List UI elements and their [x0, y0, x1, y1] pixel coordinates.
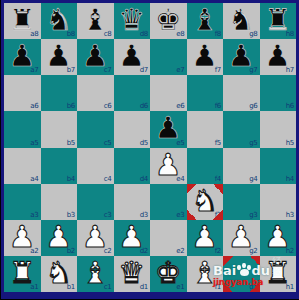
- square-c3[interactable]: c3: [77, 184, 114, 220]
- square-e5[interactable]: e5♟: [150, 111, 187, 147]
- square-a3[interactable]: a3: [4, 184, 41, 220]
- black-rook[interactable]: ♜: [264, 3, 291, 39]
- square-label-c5: c5: [104, 140, 112, 147]
- square-h4[interactable]: h4: [260, 148, 297, 184]
- square-a4[interactable]: a4: [4, 148, 41, 184]
- white-rook[interactable]: ♜: [9, 256, 36, 292]
- square-e6[interactable]: e6: [150, 75, 187, 111]
- square-e1[interactable]: e1♚: [150, 256, 187, 292]
- white-knight[interactable]: ♞: [45, 256, 72, 292]
- square-b1[interactable]: b1♞: [41, 256, 78, 292]
- white-pawn[interactable]: ♟: [118, 220, 145, 256]
- black-pawn[interactable]: ♟: [118, 39, 145, 75]
- square-f4[interactable]: f4: [187, 148, 224, 184]
- chess-board[interactable]: a8♜b8♞c8♝d8♛e8♚f8♝g8♞h8♜a7♟b7♟c7♟d7♟e7f7…: [4, 3, 296, 292]
- black-bishop[interactable]: ♝: [82, 3, 109, 39]
- square-label-b4: b4: [67, 176, 75, 183]
- square-a2[interactable]: a2♟: [4, 220, 41, 256]
- square-label-a6: a6: [30, 103, 38, 110]
- square-a5[interactable]: a5: [4, 111, 41, 147]
- square-b6[interactable]: b6: [41, 75, 78, 111]
- square-d3[interactable]: d3: [114, 184, 151, 220]
- baidu-jingyan-cn-label: 经验: [272, 257, 291, 277]
- square-b8[interactable]: b8♞: [41, 3, 78, 39]
- square-d8[interactable]: d8♛: [114, 3, 151, 39]
- square-g2[interactable]: g2♟: [223, 220, 260, 256]
- black-pawn[interactable]: ♟: [191, 39, 218, 75]
- white-pawn[interactable]: ♟: [45, 220, 72, 256]
- black-king[interactable]: ♚: [155, 3, 182, 39]
- square-g7[interactable]: g7♟: [223, 39, 260, 75]
- square-label-h4: h4: [286, 176, 294, 183]
- square-label-d5: d5: [140, 140, 148, 147]
- square-c7[interactable]: c7♟: [77, 39, 114, 75]
- black-pawn[interactable]: ♟: [228, 39, 255, 75]
- square-c6[interactable]: c6: [77, 75, 114, 111]
- square-b5[interactable]: b5: [41, 111, 78, 147]
- square-g8[interactable]: g8♞: [223, 3, 260, 39]
- black-pawn[interactable]: ♟: [9, 39, 36, 75]
- square-label-h6: h6: [286, 103, 294, 110]
- square-d4[interactable]: d4: [114, 148, 151, 184]
- square-label-g5: g5: [249, 140, 257, 147]
- square-label-a3: a3: [30, 212, 38, 219]
- square-e8[interactable]: e8♚: [150, 3, 187, 39]
- square-label-d4: d4: [140, 176, 148, 183]
- square-f2[interactable]: f2♟: [187, 220, 224, 256]
- square-label-e2: e2: [176, 248, 184, 255]
- white-queen[interactable]: ♛: [118, 256, 145, 292]
- square-label-f5: f5: [215, 140, 221, 147]
- square-c8[interactable]: c8♝: [77, 3, 114, 39]
- square-b3[interactable]: b3: [41, 184, 78, 220]
- baidu-jingyan-url: jingyan.ba: [213, 278, 291, 287]
- square-f5[interactable]: f5: [187, 111, 224, 147]
- square-d6[interactable]: d6: [114, 75, 151, 111]
- square-label-d3: d3: [140, 212, 148, 219]
- square-label-b6: b6: [67, 103, 75, 110]
- square-g4[interactable]: g4: [223, 148, 260, 184]
- black-pawn[interactable]: ♟: [82, 39, 109, 75]
- square-c4[interactable]: c4: [77, 148, 114, 184]
- square-a1[interactable]: a1♜: [4, 256, 41, 292]
- black-pawn[interactable]: ♟: [264, 39, 291, 75]
- square-label-g3: g3: [249, 212, 257, 219]
- square-label-g4: g4: [249, 176, 257, 183]
- black-queen[interactable]: ♛: [118, 3, 145, 39]
- square-f3[interactable]: f3♞: [187, 184, 224, 220]
- square-label-h5: h5: [286, 140, 294, 147]
- square-d5[interactable]: d5: [114, 111, 151, 147]
- square-h8[interactable]: h8♜: [260, 3, 297, 39]
- black-pawn[interactable]: ♟: [155, 111, 182, 147]
- square-h5[interactable]: h5: [260, 111, 297, 147]
- square-e4[interactable]: e4♟: [150, 148, 187, 184]
- square-label-a5: a5: [30, 140, 38, 147]
- black-pawn[interactable]: ♟: [45, 39, 72, 75]
- square-label-g6: g6: [249, 103, 257, 110]
- black-rook[interactable]: ♜: [9, 3, 36, 39]
- white-pawn[interactable]: ♟: [82, 220, 109, 256]
- square-b7[interactable]: b7♟: [41, 39, 78, 75]
- square-b4[interactable]: b4: [41, 148, 78, 184]
- square-label-f4: f4: [215, 176, 221, 183]
- square-e7[interactable]: e7: [150, 39, 187, 75]
- chess-app-window: a8♜b8♞c8♝d8♛e8♚f8♝g8♞h8♜a7♟b7♟c7♟d7♟e7f7…: [0, 0, 299, 300]
- square-c5[interactable]: c5: [77, 111, 114, 147]
- square-h7[interactable]: h7♟: [260, 39, 297, 75]
- square-g3[interactable]: g3: [223, 184, 260, 220]
- square-label-h3: h3: [286, 212, 294, 219]
- square-label-b3: b3: [67, 212, 75, 219]
- square-d2[interactable]: d2♟: [114, 220, 151, 256]
- square-a8[interactable]: a8♜: [4, 3, 41, 39]
- square-label-c6: c6: [104, 103, 112, 110]
- square-label-f6: f6: [215, 103, 221, 110]
- white-pawn[interactable]: ♟: [264, 220, 291, 256]
- square-label-b5: b5: [67, 140, 75, 147]
- white-pawn[interactable]: ♟: [228, 220, 255, 256]
- white-pawn[interactable]: ♟: [155, 148, 182, 184]
- square-b2[interactable]: b2♟: [41, 220, 78, 256]
- white-bishop[interactable]: ♝: [82, 256, 109, 292]
- square-d1[interactable]: d1♛: [114, 256, 151, 292]
- square-f6[interactable]: f6: [187, 75, 224, 111]
- square-f8[interactable]: f8♝: [187, 3, 224, 39]
- square-f7[interactable]: f7♟: [187, 39, 224, 75]
- baidu-logo: Bai du 经验: [213, 262, 291, 277]
- white-king[interactable]: ♚: [155, 256, 182, 292]
- square-a7[interactable]: a7♟: [4, 39, 41, 75]
- white-knight[interactable]: ♞: [191, 184, 218, 220]
- square-c1[interactable]: c1♝: [77, 256, 114, 292]
- black-knight[interactable]: ♞: [45, 3, 72, 39]
- square-e3[interactable]: e3: [150, 184, 187, 220]
- white-pawn[interactable]: ♟: [9, 220, 36, 256]
- square-label-a4: a4: [30, 176, 38, 183]
- square-e2[interactable]: e2: [150, 220, 187, 256]
- black-knight[interactable]: ♞: [228, 3, 255, 39]
- square-label-e7: e7: [176, 67, 184, 74]
- square-label-e6: e6: [176, 103, 184, 110]
- square-g6[interactable]: g6: [223, 75, 260, 111]
- black-bishop[interactable]: ♝: [191, 3, 218, 39]
- square-label-e3: e3: [176, 212, 184, 219]
- square-label-c3: c3: [104, 212, 112, 219]
- square-h6[interactable]: h6: [260, 75, 297, 111]
- baidu-watermark: Bai du 经验 jingyan.ba: [213, 262, 291, 287]
- square-c2[interactable]: c2♟: [77, 220, 114, 256]
- square-label-c4: c4: [104, 176, 112, 183]
- square-d7[interactable]: d7♟: [114, 39, 151, 75]
- baidu-logo-text: Bai: [213, 264, 236, 277]
- baidu-paw-icon: [237, 263, 251, 277]
- square-h3[interactable]: h3: [260, 184, 297, 220]
- square-a6[interactable]: a6: [4, 75, 41, 111]
- square-h2[interactable]: h2♟: [260, 220, 297, 256]
- white-pawn[interactable]: ♟: [191, 220, 218, 256]
- square-g5[interactable]: g5: [223, 111, 260, 147]
- square-label-d6: d6: [140, 103, 148, 110]
- baidu-logo-text-2: du: [251, 264, 270, 277]
